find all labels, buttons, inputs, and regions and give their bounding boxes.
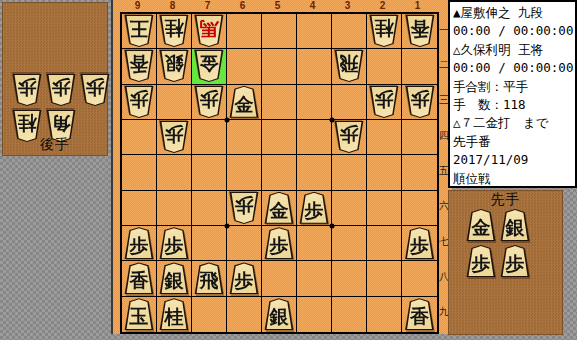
info-line-5: 手合割：平手 xyxy=(453,78,575,96)
square-28[interactable] xyxy=(367,261,402,296)
square-19[interactable]: 香 xyxy=(402,297,437,332)
square-49[interactable] xyxy=(297,297,332,332)
square-97[interactable]: 歩 xyxy=(122,226,157,261)
square-25[interactable] xyxy=(367,155,402,190)
shogi-board: 987654321 一二三四五六七八九 王桂馬桂香香銀金飛歩歩金歩歩歩歩歩金歩歩… xyxy=(111,0,452,334)
gote-hand: 歩歩歩桂角 xyxy=(12,74,114,142)
square-39[interactable] xyxy=(332,297,367,332)
file-label-7: 7 xyxy=(190,0,225,12)
square-87[interactable]: 歩 xyxy=(157,226,192,261)
square-15[interactable] xyxy=(402,155,437,190)
square-83[interactable] xyxy=(157,85,192,120)
info-line-7: △７二金打 まで xyxy=(453,114,575,132)
square-64[interactable] xyxy=(227,120,262,155)
hoshi-dot xyxy=(225,118,230,123)
piece-歩-97[interactable]: 歩 xyxy=(124,227,154,259)
piece-歩-84[interactable]: 歩 xyxy=(159,121,189,153)
file-label-5: 5 xyxy=(260,0,295,12)
piece-歩-13[interactable]: 歩 xyxy=(405,86,435,118)
gote-captured-tray: 歩歩歩桂角 後手 xyxy=(2,2,108,156)
piece-銀[interactable]: 銀 xyxy=(500,209,530,241)
piece-桂-81[interactable]: 桂 xyxy=(159,15,189,47)
square-11[interactable]: 香 xyxy=(402,14,437,49)
square-78[interactable]: 飛 xyxy=(192,261,227,296)
square-62[interactable] xyxy=(227,49,262,84)
game-info-panel: ▲屋敷伸之 九段00:00 / 00:00:00△久保利明 王将00:00 / … xyxy=(448,0,577,188)
square-52[interactable] xyxy=(262,49,297,84)
piece-歩-46[interactable]: 歩 xyxy=(299,192,329,224)
piece-桂-89[interactable]: 桂 xyxy=(159,298,189,330)
sente-tray-label: 先手 xyxy=(448,191,563,209)
square-54[interactable] xyxy=(262,120,297,155)
info-line-3: △久保利明 王将 xyxy=(453,41,575,59)
square-76[interactable] xyxy=(192,191,227,226)
square-48[interactable] xyxy=(297,261,332,296)
square-38[interactable] xyxy=(332,261,367,296)
square-27[interactable] xyxy=(367,226,402,261)
square-86[interactable] xyxy=(157,191,192,226)
file-label-9: 9 xyxy=(120,0,155,12)
piece-銀-82[interactable]: 銀 xyxy=(159,50,189,82)
square-26[interactable] xyxy=(367,191,402,226)
square-41[interactable] xyxy=(297,14,332,49)
piece-歩-66[interactable]: 歩 xyxy=(229,192,259,224)
square-72[interactable]: 金 xyxy=(192,49,227,84)
board-grid: 王桂馬桂香香銀金飛歩歩金歩歩歩歩歩金歩歩歩歩歩香銀飛歩玉桂銀香 xyxy=(120,12,439,334)
piece-歩-73[interactable]: 歩 xyxy=(194,86,224,118)
piece-飛-32[interactable]: 飛 xyxy=(334,50,364,82)
piece-歩-23[interactable]: 歩 xyxy=(369,86,399,118)
square-22[interactable] xyxy=(367,49,402,84)
piece-歩[interactable]: 歩 xyxy=(46,74,76,106)
square-51[interactable] xyxy=(262,14,297,49)
info-line-2: 00:00 / 00:00:00 xyxy=(453,22,575,40)
piece-桂-21[interactable]: 桂 xyxy=(369,15,399,47)
square-75[interactable] xyxy=(192,155,227,190)
piece-歩-34[interactable]: 歩 xyxy=(334,121,364,153)
square-98[interactable]: 香 xyxy=(122,261,157,296)
square-99[interactable]: 玉 xyxy=(122,297,157,332)
piece-金-56[interactable]: 金 xyxy=(264,192,294,224)
piece-歩-87[interactable]: 歩 xyxy=(159,227,189,259)
piece-歩[interactable]: 歩 xyxy=(12,74,42,106)
square-42[interactable] xyxy=(297,49,332,84)
file-label-3: 3 xyxy=(330,0,365,12)
square-57[interactable]: 歩 xyxy=(262,226,297,261)
square-17[interactable]: 歩 xyxy=(402,226,437,261)
square-84[interactable]: 歩 xyxy=(157,120,192,155)
info-line-6: 手 数：118 xyxy=(453,96,575,114)
piece-香-11[interactable]: 香 xyxy=(405,15,435,47)
square-91[interactable]: 王 xyxy=(122,14,157,49)
square-85[interactable] xyxy=(157,155,192,190)
info-line-1: ▲屋敷伸之 九段 xyxy=(453,4,575,22)
shogi-app: 歩歩歩桂角 後手 987654321 一二三四五六七八九 王桂馬桂香香銀金飛歩歩… xyxy=(0,0,577,340)
piece-歩[interactable]: 歩 xyxy=(466,245,496,277)
piece-銀-59[interactable]: 銀 xyxy=(264,298,294,330)
square-79[interactable] xyxy=(192,297,227,332)
file-label-1: 1 xyxy=(400,0,435,12)
square-32[interactable]: 飛 xyxy=(332,49,367,84)
hoshi-dot xyxy=(330,118,335,123)
piece-金[interactable]: 金 xyxy=(466,209,496,241)
hoshi-dot xyxy=(330,224,335,229)
square-74[interactable] xyxy=(192,120,227,155)
piece-歩[interactable]: 歩 xyxy=(500,245,530,277)
square-95[interactable] xyxy=(122,155,157,190)
square-36[interactable] xyxy=(332,191,367,226)
file-label-6: 6 xyxy=(225,0,260,12)
square-53[interactable] xyxy=(262,85,297,120)
info-line-10: 順位戦 xyxy=(453,170,575,188)
square-35[interactable] xyxy=(332,155,367,190)
square-96[interactable] xyxy=(122,191,157,226)
square-81[interactable]: 桂 xyxy=(157,14,192,49)
square-24[interactable] xyxy=(367,120,402,155)
info-line-8: 先手番 xyxy=(453,133,575,151)
square-92[interactable]: 香 xyxy=(122,49,157,84)
square-66[interactable]: 歩 xyxy=(227,191,262,226)
sente-captured-tray: 先手 金銀歩歩 xyxy=(448,190,563,335)
square-67[interactable] xyxy=(227,226,262,261)
square-31[interactable] xyxy=(332,14,367,49)
file-labels: 987654321 xyxy=(120,0,435,12)
square-23[interactable]: 歩 xyxy=(367,85,402,120)
file-label-8: 8 xyxy=(155,0,190,12)
square-33[interactable] xyxy=(332,85,367,120)
square-73[interactable]: 歩 xyxy=(192,85,227,120)
square-93[interactable]: 歩 xyxy=(122,85,157,120)
square-71[interactable]: 馬 xyxy=(192,14,227,49)
square-55[interactable] xyxy=(262,155,297,190)
square-89[interactable]: 桂 xyxy=(157,297,192,332)
piece-王-91[interactable]: 王 xyxy=(124,15,154,47)
hoshi-dot xyxy=(225,224,230,229)
piece-歩-93[interactable]: 歩 xyxy=(124,86,154,118)
file-label-4: 4 xyxy=(295,0,330,12)
piece-香-19[interactable]: 香 xyxy=(405,298,435,330)
square-63[interactable]: 金 xyxy=(227,85,262,120)
square-47[interactable] xyxy=(297,226,332,261)
square-65[interactable] xyxy=(227,155,262,190)
piece-香-98[interactable]: 香 xyxy=(124,262,154,294)
square-43[interactable] xyxy=(297,85,332,120)
square-21[interactable]: 桂 xyxy=(367,14,402,49)
piece-金-72[interactable]: 金 xyxy=(194,50,224,82)
piece-香-92[interactable]: 香 xyxy=(124,50,154,82)
piece-歩[interactable]: 歩 xyxy=(80,74,110,106)
square-18[interactable] xyxy=(402,261,437,296)
square-44[interactable] xyxy=(297,120,332,155)
square-61[interactable] xyxy=(227,14,262,49)
piece-馬-71[interactable]: 馬 xyxy=(194,15,224,47)
gote-tray-label: 後手 xyxy=(2,136,108,154)
square-34[interactable]: 歩 xyxy=(332,120,367,155)
square-69[interactable] xyxy=(227,297,262,332)
piece-歩-57[interactable]: 歩 xyxy=(264,227,294,259)
square-12[interactable] xyxy=(402,49,437,84)
square-16[interactable] xyxy=(402,191,437,226)
sente-hand: 金銀歩歩 xyxy=(466,209,536,277)
info-line-9: 2017/11/09 xyxy=(453,151,575,169)
piece-飛-78[interactable]: 飛 xyxy=(194,262,224,294)
piece-歩-68[interactable]: 歩 xyxy=(229,262,259,294)
square-14[interactable] xyxy=(402,120,437,155)
square-37[interactable] xyxy=(332,226,367,261)
square-13[interactable]: 歩 xyxy=(402,85,437,120)
square-77[interactable] xyxy=(192,226,227,261)
piece-玉-99[interactable]: 玉 xyxy=(124,298,154,330)
square-56[interactable]: 金 xyxy=(262,191,297,226)
piece-金-63[interactable]: 金 xyxy=(229,86,259,118)
piece-銀-88[interactable]: 銀 xyxy=(159,262,189,294)
square-29[interactable] xyxy=(367,297,402,332)
square-82[interactable]: 銀 xyxy=(157,49,192,84)
square-59[interactable]: 銀 xyxy=(262,297,297,332)
square-94[interactable] xyxy=(122,120,157,155)
square-45[interactable] xyxy=(297,155,332,190)
square-88[interactable]: 銀 xyxy=(157,261,192,296)
square-46[interactable]: 歩 xyxy=(297,191,332,226)
square-58[interactable] xyxy=(262,261,297,296)
file-label-2: 2 xyxy=(365,0,400,12)
info-line-4: 00:00 / 00:00:00 xyxy=(453,59,575,77)
piece-歩-17[interactable]: 歩 xyxy=(405,227,435,259)
square-68[interactable]: 歩 xyxy=(227,261,262,296)
